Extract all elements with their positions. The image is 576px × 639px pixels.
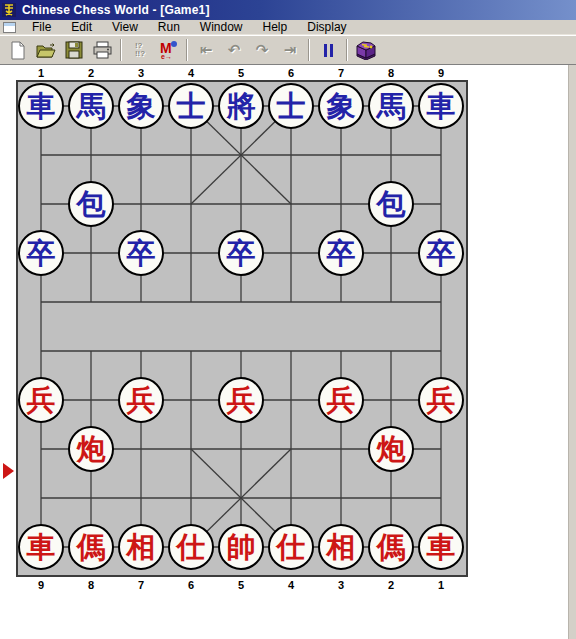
xiangqi-piece[interactable]: 兵	[18, 377, 64, 423]
hint-button[interactable]: !? !!?	[127, 38, 153, 63]
xiangqi-piece[interactable]: 卒	[18, 230, 64, 276]
redo-button[interactable]: ↷	[249, 38, 275, 63]
xiangqi-piece[interactable]: 車	[18, 524, 64, 570]
menu-item-file[interactable]: File	[22, 20, 61, 34]
toolbar-separator	[346, 39, 348, 61]
mdi-child-window-icon[interactable]	[3, 22, 16, 33]
go-to-start-icon: ⇤	[200, 43, 213, 58]
printer-icon	[92, 41, 113, 59]
xiangqi-piece[interactable]: 兵	[418, 377, 464, 423]
bottom-col-label: 2	[380, 578, 402, 592]
xiangqi-piece[interactable]: 卒	[218, 230, 264, 276]
xiangqi-piece[interactable]: 傌	[68, 524, 114, 570]
top-col-label: 4	[180, 66, 202, 80]
board-client-area: 123456789 車馬象士將士象馬車包包卒卒卒卒卒兵兵兵兵兵炮炮車傌相仕帥仕相…	[0, 64, 576, 639]
bottom-col-label: 8	[80, 578, 102, 592]
window-title: Chinese Chess World - [Game1]	[22, 3, 210, 17]
bottom-col-label: 5	[230, 578, 252, 592]
xiangqi-piece[interactable]: 卒	[118, 230, 164, 276]
go-to-start-button[interactable]: ⇤	[193, 38, 219, 63]
xiangqi-piece[interactable]: 士	[268, 83, 314, 129]
title-bar[interactable]: Chinese Chess World - [Game1]	[0, 0, 576, 20]
menu-item-view[interactable]: View	[102, 20, 148, 34]
xiangqi-piece[interactable]: 士	[168, 83, 214, 129]
new-file-icon	[9, 41, 27, 60]
xiangqi-piece[interactable]: 將	[218, 83, 264, 129]
xiangqi-piece[interactable]: 仕	[168, 524, 214, 570]
top-col-label: 5	[230, 66, 252, 80]
app-icon	[2, 2, 18, 18]
xiangqi-piece[interactable]: 帥	[218, 524, 264, 570]
menu-item-edit[interactable]: Edit	[61, 20, 102, 34]
menu-item-run[interactable]: Run	[148, 20, 190, 34]
open-file-button[interactable]	[33, 38, 59, 63]
move-annotation-icon: M e→	[158, 40, 178, 60]
xiangqi-piece[interactable]: 象	[318, 83, 364, 129]
bottom-col-label: 4	[280, 578, 302, 592]
top-col-label: 1	[30, 66, 52, 80]
menu-item-display[interactable]: Display	[297, 20, 356, 34]
xiangqi-piece[interactable]: 車	[18, 83, 64, 129]
xiangqi-piece[interactable]: 卒	[318, 230, 364, 276]
undo-icon: ↶	[228, 43, 241, 58]
bottom-col-label: 1	[430, 578, 452, 592]
save-button[interactable]	[61, 38, 87, 63]
new-file-button[interactable]	[5, 38, 31, 63]
pause-button[interactable]	[315, 38, 341, 63]
toolbar-separator	[308, 39, 310, 61]
bottom-col-label: 7	[130, 578, 152, 592]
move-annotation-button[interactable]: M e→	[155, 38, 181, 63]
open-folder-icon	[36, 42, 57, 59]
menu-item-help[interactable]: Help	[253, 20, 298, 34]
pause-icon	[324, 44, 333, 57]
rules-book-icon	[355, 41, 377, 60]
toolbar: !? !!? M e→ ⇤ ↶ ↷ ⇥	[0, 35, 576, 64]
menu-item-window[interactable]: Window	[190, 20, 253, 34]
xiangqi-piece[interactable]: 兵	[318, 377, 364, 423]
xiangqi-piece[interactable]: 傌	[368, 524, 414, 570]
undo-button[interactable]: ↶	[221, 38, 247, 63]
hint-icon: !? !!?	[135, 42, 145, 58]
xiangqi-piece[interactable]: 相	[118, 524, 164, 570]
top-col-label: 2	[80, 66, 102, 80]
xiangqi-piece[interactable]: 炮	[368, 426, 414, 472]
xiangqi-piece[interactable]: 相	[318, 524, 364, 570]
xiangqi-piece[interactable]: 卒	[418, 230, 464, 276]
xiangqi-piece[interactable]: 車	[418, 83, 464, 129]
redo-icon: ↷	[256, 43, 269, 58]
xiangqi-board[interactable]	[16, 80, 468, 577]
xiangqi-piece[interactable]: 象	[118, 83, 164, 129]
save-floppy-icon	[65, 41, 83, 59]
top-col-label: 3	[130, 66, 152, 80]
top-col-label: 6	[280, 66, 302, 80]
go-to-end-button[interactable]: ⇥	[277, 38, 303, 63]
toolbar-separator	[120, 39, 122, 61]
rules-book-button[interactable]	[353, 38, 379, 63]
bottom-col-label: 6	[180, 578, 202, 592]
right-edge-strip	[568, 65, 576, 639]
xiangqi-piece[interactable]: 車	[418, 524, 464, 570]
xiangqi-piece[interactable]: 兵	[118, 377, 164, 423]
turn-marker-triangle-icon	[3, 463, 14, 479]
menu-bar-items: FileEditViewRunWindowHelpDisplay	[22, 20, 357, 34]
bottom-col-label: 9	[30, 578, 52, 592]
toolbar-separator	[186, 39, 188, 61]
xiangqi-piece[interactable]: 仕	[268, 524, 314, 570]
xiangqi-piece[interactable]: 包	[68, 181, 114, 227]
xiangqi-piece[interactable]: 馬	[368, 83, 414, 129]
xiangqi-piece[interactable]: 馬	[68, 83, 114, 129]
top-col-label: 8	[380, 66, 402, 80]
top-col-label: 7	[330, 66, 352, 80]
xiangqi-piece[interactable]: 包	[368, 181, 414, 227]
xiangqi-piece[interactable]: 炮	[68, 426, 114, 472]
bottom-col-label: 3	[330, 578, 352, 592]
xiangqi-piece[interactable]: 兵	[218, 377, 264, 423]
top-col-label: 9	[430, 66, 452, 80]
print-button[interactable]	[89, 38, 115, 63]
go-to-end-icon: ⇥	[284, 43, 297, 58]
menu-bar: FileEditViewRunWindowHelpDisplay	[0, 20, 576, 35]
